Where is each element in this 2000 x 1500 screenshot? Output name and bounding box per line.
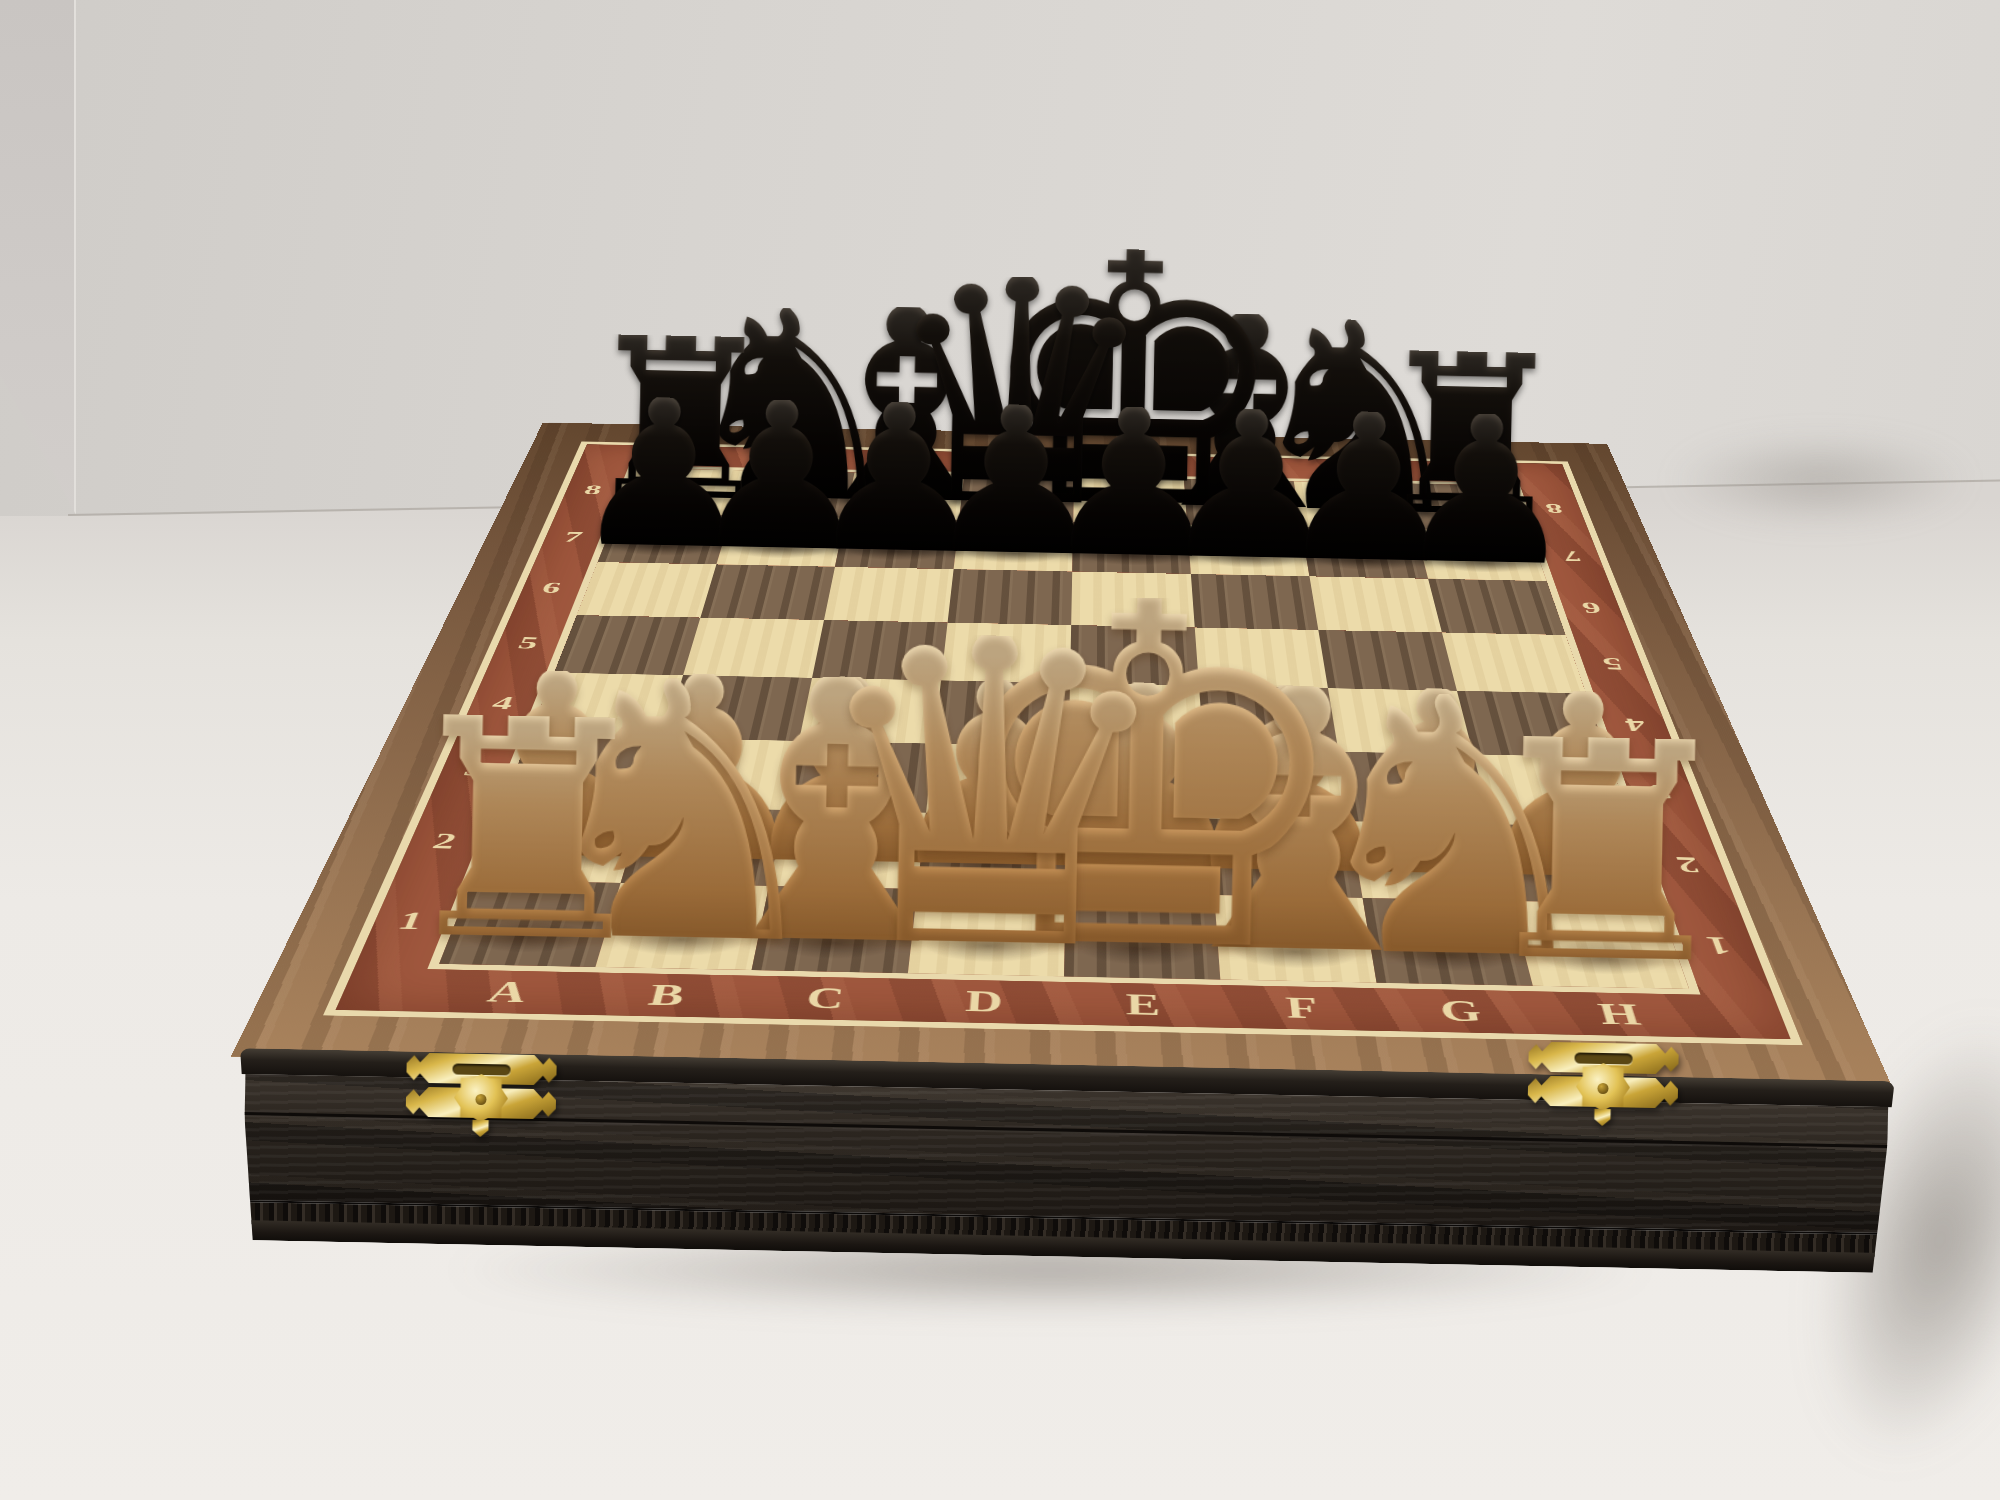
- latch-hook: [472, 1120, 489, 1137]
- latch-hook: [1594, 1109, 1611, 1126]
- board-lid-top: ♜♞♝♛♚♝♞♜♟♟♟♟♟♟♟♟♟♟♟♟♟♟♟♟♜♞♝♛♚♝♞♜ ABCDEFG…: [231, 423, 1894, 1090]
- chess-piece-white-rook[interactable]: ♜: [1468, 735, 1746, 969]
- brass-latch-left[interactable]: [405, 1053, 557, 1144]
- chess-piece-white-rook[interactable]: ♜: [388, 713, 666, 947]
- chess-box: ♜♞♝♛♚♝♞♜♟♟♟♟♟♟♟♟♟♟♟♟♟♟♟♟♜♞♝♛♚♝♞♜ ABCDEFG…: [0, 0, 2000, 1500]
- brass-latch-right[interactable]: [1527, 1042, 1679, 1133]
- square-a1[interactable]: ♜: [439, 880, 620, 967]
- chess-piece-white-queen[interactable]: ♛: [797, 632, 1184, 958]
